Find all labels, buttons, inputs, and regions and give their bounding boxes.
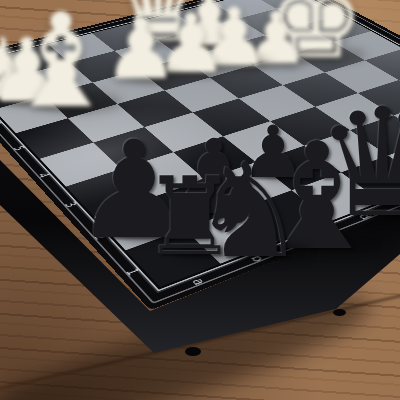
white-bishop-b6[interactable]: ♝ [3, 0, 120, 126]
pieces-layer: ♟♜♟♞♟♝♛♞♟♝♟♛♟♟♟♟♚ [0, 0, 400, 400]
black-knight-b1[interactable]: ♞ [191, 146, 308, 276]
chess-photo-stage: abcdefgh12345678 ♟♜♟♞♟♝♛♞♟♝♟♛♟♟♟♟♚ [0, 0, 400, 400]
